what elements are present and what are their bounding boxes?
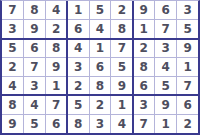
sudoku-cell[interactable]: 2 — [46, 20, 67, 38]
sudoku-cell[interactable]: 7 — [2, 1, 23, 19]
sudoku-cell[interactable]: 5 — [177, 20, 198, 38]
sudoku-cell[interactable]: 3 — [68, 58, 89, 76]
sudoku-cell[interactable]: 8 — [24, 1, 45, 19]
sudoku-cell[interactable]: 9 — [24, 20, 45, 38]
sudoku-cell[interactable]: 4 — [90, 20, 111, 38]
sudoku-cell[interactable]: 7 — [111, 39, 132, 57]
sudoku-cell[interactable]: 6 — [68, 20, 89, 38]
sudoku-cell[interactable]: 4 — [24, 96, 45, 114]
sudoku-cell[interactable]: 4 — [2, 77, 23, 95]
sudoku-cell[interactable]: 3 — [133, 96, 154, 114]
sudoku-cell[interactable]: 9 — [111, 77, 132, 95]
sudoku-cell[interactable]: 8 — [133, 58, 154, 76]
sudoku-cell[interactable]: 7 — [177, 77, 198, 95]
sudoku-cell[interactable]: 6 — [46, 115, 67, 133]
sudoku-cell[interactable]: 4 — [111, 115, 132, 133]
sudoku-cell[interactable]: 8 — [68, 115, 89, 133]
sudoku-cell[interactable]: 6 — [24, 39, 45, 57]
sudoku-cell[interactable]: 5 — [24, 115, 45, 133]
sudoku-cell[interactable]: 3 — [177, 1, 198, 19]
sudoku-cell[interactable]: 7 — [46, 96, 67, 114]
sudoku-cell[interactable]: 1 — [90, 39, 111, 57]
sudoku-cell[interactable]: 6 — [90, 58, 111, 76]
sudoku-cell[interactable]: 9 — [2, 115, 23, 133]
sudoku-cell[interactable]: 9 — [133, 1, 154, 19]
sudoku-cell[interactable]: 1 — [133, 20, 154, 38]
sudoku-cell[interactable]: 5 — [90, 1, 111, 19]
sudoku-cell[interactable]: 2 — [68, 77, 89, 95]
sudoku-cell[interactable]: 9 — [155, 96, 176, 114]
sudoku-cell[interactable]: 6 — [155, 1, 176, 19]
sudoku-cell[interactable]: 5 — [155, 77, 176, 95]
sudoku-cell[interactable]: 7 — [155, 20, 176, 38]
sudoku-cell[interactable]: 5 — [111, 58, 132, 76]
sudoku-cell[interactable]: 8 — [46, 39, 67, 57]
sudoku-cell[interactable]: 6 — [177, 96, 198, 114]
sudoku-cell[interactable]: 1 — [155, 115, 176, 133]
sudoku-cell[interactable]: 3 — [155, 39, 176, 57]
sudoku-cell[interactable]: 7 — [24, 58, 45, 76]
sudoku-cell[interactable]: 3 — [2, 20, 23, 38]
sudoku-cell[interactable]: 5 — [68, 96, 89, 114]
sudoku-cell[interactable]: 2 — [90, 96, 111, 114]
sudoku-cell[interactable]: 2 — [111, 1, 132, 19]
sudoku-cell[interactable]: 4 — [155, 58, 176, 76]
sudoku-cell[interactable]: 1 — [46, 77, 67, 95]
sudoku-cell[interactable]: 4 — [46, 1, 67, 19]
sudoku-cell[interactable]: 8 — [90, 77, 111, 95]
sudoku-cell[interactable]: 8 — [111, 20, 132, 38]
sudoku-cell[interactable]: 4 — [68, 39, 89, 57]
sudoku-cell[interactable]: 8 — [2, 96, 23, 114]
sudoku-cell[interactable]: 3 — [24, 77, 45, 95]
sudoku-cell[interactable]: 9 — [46, 58, 67, 76]
sudoku-cell[interactable]: 5 — [2, 39, 23, 57]
sudoku-cell[interactable]: 2 — [2, 58, 23, 76]
sudoku-cell[interactable]: 1 — [68, 1, 89, 19]
sudoku-cell[interactable]: 6 — [133, 77, 154, 95]
sudoku-board: 7841529633926481755684172392793658414312… — [0, 0, 200, 135]
sudoku-cell[interactable]: 9 — [177, 39, 198, 57]
sudoku-cell[interactable]: 1 — [111, 96, 132, 114]
sudoku-cell[interactable]: 7 — [133, 115, 154, 133]
sudoku-cell[interactable]: 2 — [177, 115, 198, 133]
sudoku-cell[interactable]: 3 — [90, 115, 111, 133]
sudoku-cell[interactable]: 1 — [177, 58, 198, 76]
sudoku-cell[interactable]: 2 — [133, 39, 154, 57]
